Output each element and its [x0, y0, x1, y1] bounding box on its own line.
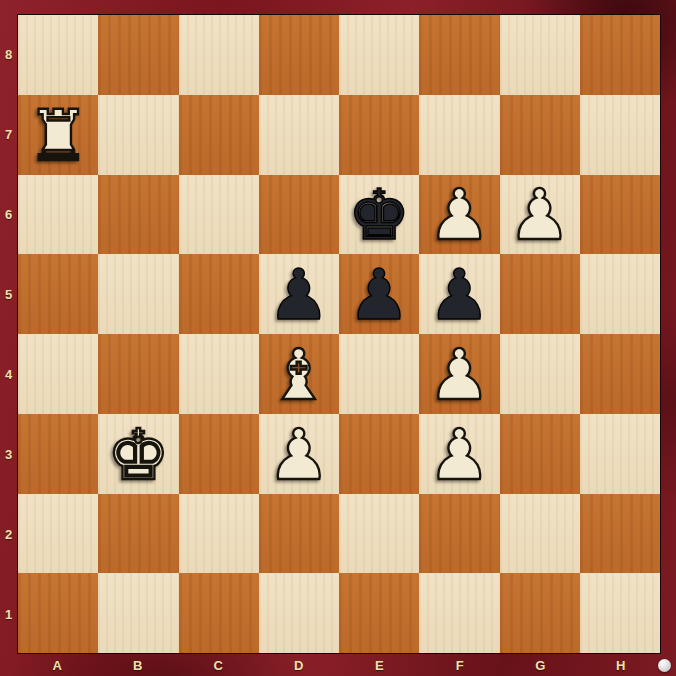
square-a8[interactable] [18, 15, 98, 95]
square-d4[interactable]: ♝ [259, 334, 339, 414]
square-d6[interactable] [259, 175, 339, 255]
square-f7[interactable] [419, 95, 499, 175]
white-king[interactable]: ♚ [107, 420, 170, 490]
rank-labels: 87654321 [0, 14, 17, 654]
square-b2[interactable] [98, 494, 178, 574]
square-e3[interactable] [339, 414, 419, 494]
square-h2[interactable] [580, 494, 660, 574]
rank-label-6: 6 [0, 174, 17, 254]
file-label-h: H [581, 655, 662, 676]
square-c3[interactable] [179, 414, 259, 494]
rank-label-3: 3 [0, 414, 17, 494]
square-g7[interactable] [500, 95, 580, 175]
white-pawn[interactable]: ♟ [428, 340, 491, 410]
square-e4[interactable] [339, 334, 419, 414]
square-g4[interactable] [500, 334, 580, 414]
board-frame: ♜♚♟♟♟♟♟♝♟♚♟♟ 87654321 ABCDEFGH [0, 0, 676, 676]
square-c2[interactable] [179, 494, 259, 574]
square-e1[interactable] [339, 573, 419, 653]
square-d7[interactable] [259, 95, 339, 175]
square-b7[interactable] [98, 95, 178, 175]
file-label-b: B [98, 655, 179, 676]
square-c7[interactable] [179, 95, 259, 175]
file-label-g: G [500, 655, 581, 676]
black-pawn[interactable]: ♟ [267, 260, 330, 330]
square-c5[interactable] [179, 254, 259, 334]
white-pawn[interactable]: ♟ [428, 420, 491, 490]
square-f4[interactable]: ♟ [419, 334, 499, 414]
square-h7[interactable] [580, 95, 660, 175]
square-e2[interactable] [339, 494, 419, 574]
file-label-a: A [17, 655, 98, 676]
square-g1[interactable] [500, 573, 580, 653]
rank-label-7: 7 [0, 94, 17, 174]
square-e8[interactable] [339, 15, 419, 95]
square-c1[interactable] [179, 573, 259, 653]
square-d1[interactable] [259, 573, 339, 653]
square-a6[interactable] [18, 175, 98, 255]
square-a2[interactable] [18, 494, 98, 574]
black-pawn[interactable]: ♟ [428, 260, 491, 330]
square-g8[interactable] [500, 15, 580, 95]
square-b5[interactable] [98, 254, 178, 334]
square-h6[interactable] [580, 175, 660, 255]
square-f6[interactable]: ♟ [419, 175, 499, 255]
square-h5[interactable] [580, 254, 660, 334]
black-king[interactable]: ♚ [348, 180, 411, 250]
square-b3[interactable]: ♚ [98, 414, 178, 494]
square-a4[interactable] [18, 334, 98, 414]
square-b4[interactable] [98, 334, 178, 414]
square-g2[interactable] [500, 494, 580, 574]
black-pawn[interactable]: ♟ [348, 260, 411, 330]
white-pawn[interactable]: ♟ [267, 420, 330, 490]
rank-label-8: 8 [0, 14, 17, 94]
rank-label-5: 5 [0, 254, 17, 334]
square-e7[interactable] [339, 95, 419, 175]
white-to-move-indicator [658, 659, 671, 672]
white-bishop[interactable]: ♝ [267, 340, 330, 410]
square-a1[interactable] [18, 573, 98, 653]
square-a3[interactable] [18, 414, 98, 494]
square-e5[interactable]: ♟ [339, 254, 419, 334]
chess-board: ♜♚♟♟♟♟♟♝♟♚♟♟ [17, 14, 661, 654]
square-f5[interactable]: ♟ [419, 254, 499, 334]
square-c4[interactable] [179, 334, 259, 414]
white-pawn[interactable]: ♟ [508, 180, 571, 250]
white-rook[interactable]: ♜ [27, 101, 90, 171]
square-h1[interactable] [580, 573, 660, 653]
square-d3[interactable]: ♟ [259, 414, 339, 494]
square-d2[interactable] [259, 494, 339, 574]
rank-label-2: 2 [0, 494, 17, 574]
square-b1[interactable] [98, 573, 178, 653]
file-label-e: E [339, 655, 420, 676]
file-label-c: C [178, 655, 259, 676]
square-a7[interactable]: ♜ [18, 95, 98, 175]
square-d8[interactable] [259, 15, 339, 95]
square-d5[interactable]: ♟ [259, 254, 339, 334]
square-h4[interactable] [580, 334, 660, 414]
square-b6[interactable] [98, 175, 178, 255]
square-f3[interactable]: ♟ [419, 414, 499, 494]
square-c8[interactable] [179, 15, 259, 95]
white-pawn[interactable]: ♟ [428, 180, 491, 250]
square-b8[interactable] [98, 15, 178, 95]
square-a5[interactable] [18, 254, 98, 334]
square-f8[interactable] [419, 15, 499, 95]
rank-label-4: 4 [0, 334, 17, 414]
square-h8[interactable] [580, 15, 660, 95]
square-h3[interactable] [580, 414, 660, 494]
file-label-d: D [259, 655, 340, 676]
square-g5[interactable] [500, 254, 580, 334]
square-f2[interactable] [419, 494, 499, 574]
file-label-f: F [420, 655, 501, 676]
square-c6[interactable] [179, 175, 259, 255]
square-e6[interactable]: ♚ [339, 175, 419, 255]
file-labels: ABCDEFGH [17, 655, 661, 676]
rank-label-1: 1 [0, 574, 17, 654]
square-f1[interactable] [419, 573, 499, 653]
square-g6[interactable]: ♟ [500, 175, 580, 255]
square-g3[interactable] [500, 414, 580, 494]
